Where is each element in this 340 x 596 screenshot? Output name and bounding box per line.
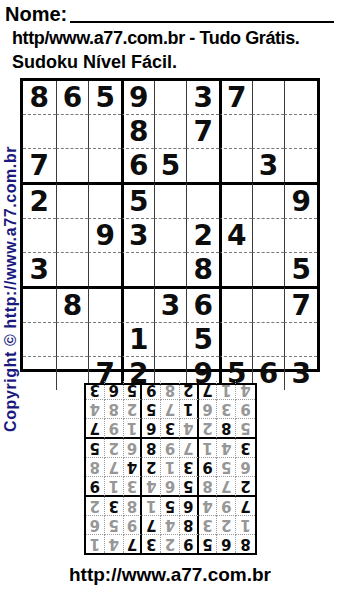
puzzle-cell-r8c6: 5	[186, 322, 219, 356]
answer-cell-r4c9: 9	[86, 477, 105, 497]
answer-cell-r8c5: 7	[161, 400, 180, 419]
answer-cell-r7c4: 4	[180, 419, 199, 439]
puzzle-cell-r8c8[interactable]	[252, 322, 285, 356]
puzzle-cell-r3c3[interactable]	[88, 148, 121, 182]
puzzle-cell-r2c7[interactable]	[219, 114, 252, 148]
puzzle-cell-r8c4: 1	[121, 322, 154, 356]
level-line: Sudoku Nível Fácil.	[12, 52, 177, 73]
puzzle-cell-r6c6: 8	[186, 252, 219, 286]
answer-cell-r9c2: 1	[217, 381, 236, 400]
puzzle-cell-r4c9: 9	[284, 182, 317, 218]
answer-cell-r5c7: 4	[124, 458, 143, 477]
puzzle-cell-r4c8[interactable]	[252, 182, 285, 218]
answer-cell-r3c3: 4	[199, 497, 218, 516]
puzzle-cell-r6c4[interactable]	[121, 252, 154, 286]
puzzle-cell-r1c4: 9	[121, 81, 154, 114]
puzzle-cell-r4c2[interactable]	[56, 182, 89, 218]
name-label: Nome:	[5, 3, 67, 25]
answer-cell-r5c6: 2	[142, 458, 161, 477]
answer-cell-r5c3: 9	[199, 458, 218, 477]
answer-cell-r9c5: 8	[161, 381, 180, 400]
answer-cell-r8c8: 8	[105, 400, 124, 419]
page-root: { "game": "sudoku", "header": { "name_la…	[0, 0, 340, 596]
answer-cell-r9c8: 6	[105, 381, 124, 400]
name-row: Nome:	[5, 3, 334, 25]
puzzle-cell-r8c1[interactable]	[23, 322, 56, 356]
answer-cell-r4c8: 1	[105, 477, 124, 497]
answer-cell-r7c9: 7	[86, 419, 105, 439]
answer-cell-r6c7: 6	[124, 439, 143, 458]
puzzle-cell-r5c3: 9	[88, 218, 121, 252]
puzzle-cell-r3c2[interactable]	[56, 148, 89, 182]
answer-cell-r4c5: 6	[161, 477, 180, 497]
puzzle-cell-r1c1: 8	[23, 81, 56, 114]
answer-cell-r4c1: 2	[236, 477, 255, 497]
puzzle-cell-r5c6: 2	[186, 218, 219, 252]
puzzle-cell-r3c6[interactable]	[186, 148, 219, 182]
answer-cell-r8c1: 9	[236, 400, 255, 419]
puzzle-cell-r5c7: 4	[219, 218, 252, 252]
answer-cell-r7c7: 1	[124, 419, 143, 439]
answer-cell-r1c9: 1	[86, 535, 105, 553]
answer-cell-r4c4: 5	[180, 477, 199, 497]
answer-cell-r6c4: 7	[180, 439, 199, 458]
puzzle-cell-r8c2[interactable]	[56, 322, 89, 356]
puzzle-cell-r4c6[interactable]	[186, 182, 219, 218]
puzzle-cell-r6c5[interactable]	[154, 252, 187, 286]
puzzle-cell-r2c6: 7	[186, 114, 219, 148]
puzzle-cell-r6c2[interactable]	[56, 252, 89, 286]
answer-cell-r1c5: 2	[161, 535, 180, 553]
puzzle-cell-r8c7[interactable]	[219, 322, 252, 356]
answer-cell-r6c3: 1	[199, 439, 218, 458]
puzzle-cell-r5c5[interactable]	[154, 218, 187, 252]
answer-cell-r9c4: 2	[180, 381, 199, 400]
answer-cell-r2c4: 8	[180, 516, 199, 535]
puzzle-cell-r7c3[interactable]	[88, 286, 121, 322]
answer-cell-r2c2: 2	[217, 516, 236, 535]
answer-cell-r2c5: 4	[161, 516, 180, 535]
puzzle-cell-r3c5: 5	[154, 148, 187, 182]
name-underline	[70, 21, 334, 23]
puzzle-cell-r3c1: 7	[23, 148, 56, 182]
answer-cell-r6c5: 9	[161, 439, 180, 458]
answer-cell-r4c2: 7	[217, 477, 236, 497]
puzzle-cell-r1c9[interactable]	[284, 81, 317, 114]
puzzle-cell-r7c1[interactable]	[23, 286, 56, 322]
puzzle-cell-r7c4[interactable]	[121, 286, 154, 322]
puzzle-cell-r1c2: 6	[56, 81, 89, 114]
puzzle-cell-r9c1[interactable]	[23, 356, 56, 390]
answer-cell-r9c7: 5	[124, 381, 143, 400]
puzzle-cell-r4c7[interactable]	[219, 182, 252, 218]
answer-cell-r4c3: 8	[199, 477, 218, 497]
answer-cell-r1c1: 8	[236, 535, 255, 553]
answer-cell-r1c2: 6	[217, 535, 236, 553]
answer-cell-r1c6: 3	[142, 535, 161, 553]
puzzle-cell-r3c9[interactable]	[284, 148, 317, 182]
answer-cell-r3c7: 8	[124, 497, 143, 516]
puzzle-cell-r5c9[interactable]	[284, 218, 317, 252]
puzzle-cell-r2c5[interactable]	[154, 114, 187, 148]
puzzle-cell-r5c1[interactable]	[23, 218, 56, 252]
puzzle-cell-r5c8[interactable]	[252, 218, 285, 252]
answer-cell-r3c8: 3	[105, 497, 124, 516]
answer-cell-r2c7: 9	[124, 516, 143, 535]
answer-cell-r8c3: 6	[199, 400, 218, 419]
answer-cell-r5c4: 3	[180, 458, 199, 477]
answer-cell-r3c2: 9	[217, 497, 236, 516]
answer-cell-r2c6: 7	[142, 516, 161, 535]
puzzle-cell-r4c5[interactable]	[154, 182, 187, 218]
puzzle-cell-r2c8[interactable]	[252, 114, 285, 148]
puzzle-cell-r2c9[interactable]	[284, 114, 317, 148]
puzzle-cell-r8c9[interactable]	[284, 322, 317, 356]
answer-grid: 8659237411238479567946518322785643196593…	[84, 383, 257, 555]
puzzle-cell-r2c4: 8	[121, 114, 154, 148]
puzzle-cell-r5c2[interactable]	[56, 218, 89, 252]
answer-cell-r8c7: 2	[124, 400, 143, 419]
puzzle-cell-r7c7[interactable]	[219, 286, 252, 322]
answer-cell-r1c3: 5	[199, 535, 218, 553]
answer-cell-r1c7: 7	[124, 535, 143, 553]
puzzle-cell-r4c3[interactable]	[88, 182, 121, 218]
answer-cell-r6c1: 3	[236, 439, 255, 458]
answer-cell-r1c4: 9	[180, 535, 199, 553]
puzzle-cell-r7c6: 6	[186, 286, 219, 322]
puzzle-cell-r6c7[interactable]	[219, 252, 252, 286]
puzzle-cell-r2c2[interactable]	[56, 114, 89, 148]
answer-cell-r2c3: 3	[199, 516, 218, 535]
puzzle-cell-r8c5[interactable]	[154, 322, 187, 356]
answer-cell-r6c2: 4	[217, 439, 236, 458]
puzzle-cell-r1c8[interactable]	[252, 81, 285, 114]
answer-cell-r7c5: 3	[161, 419, 180, 439]
puzzle-cell-r8c3[interactable]	[88, 322, 121, 356]
answer-cell-r4c7: 3	[124, 477, 143, 497]
answer-cell-r7c2: 8	[217, 419, 236, 439]
copyright-vertical-text: Copyright © http://www.a77.com.br	[2, 146, 20, 432]
answer-cell-r3c6: 1	[142, 497, 161, 516]
answer-cell-r5c2: 5	[217, 458, 236, 477]
puzzle-cell-r4c4: 5	[121, 182, 154, 218]
answer-cell-r9c3: 7	[199, 381, 218, 400]
answer-cell-r5c8: 7	[105, 458, 124, 477]
puzzle-cell-r6c9: 5	[284, 252, 317, 286]
answer-cell-r8c9: 4	[86, 400, 105, 419]
puzzle-cell-r6c8[interactable]	[252, 252, 285, 286]
answer-cell-r9c6: 9	[142, 381, 161, 400]
answer-cell-r6c6: 8	[142, 439, 161, 458]
answer-cell-r3c5: 5	[161, 497, 180, 516]
puzzle-cell-r4c1: 2	[23, 182, 56, 218]
answer-cell-r3c9: 2	[86, 497, 105, 516]
puzzle-cell-r1c6: 3	[186, 81, 219, 114]
puzzle-cell-r2c3[interactable]	[88, 114, 121, 148]
answer-cell-r7c6: 6	[142, 419, 161, 439]
answer-cell-r1c8: 4	[105, 535, 124, 553]
puzzle-cell-r3c8: 3	[252, 148, 285, 182]
puzzle-cell-r7c2: 8	[56, 286, 89, 322]
answer-cell-r4c6: 4	[142, 477, 161, 497]
answer-cell-r5c9: 8	[86, 458, 105, 477]
puzzle-cell-r1c3: 5	[88, 81, 121, 114]
puzzle-cell-r7c8[interactable]	[252, 286, 285, 322]
answer-cell-r6c9: 5	[86, 439, 105, 458]
site-line: http/www.a77.com.br - Tudo Grátis.	[12, 28, 299, 49]
puzzle-cell-r3c7[interactable]	[219, 148, 252, 182]
answer-cell-r2c9: 6	[86, 516, 105, 535]
footer-url: http://www.a77.com.br	[0, 564, 340, 586]
puzzle-cell-r7c5: 3	[154, 286, 187, 322]
puzzle-cell-r9c9: 3	[284, 356, 317, 390]
answer-cell-r5c1: 6	[236, 458, 255, 477]
puzzle-cell-r6c3[interactable]	[88, 252, 121, 286]
puzzle-cell-r5c4: 3	[121, 218, 154, 252]
answer-cell-r3c1: 7	[236, 497, 255, 516]
puzzle-cell-r6c1: 3	[23, 252, 56, 286]
answer-cell-r9c1: 4	[236, 381, 255, 400]
answer-cell-r8c2: 3	[217, 400, 236, 419]
puzzle-cell-r3c4: 6	[121, 148, 154, 182]
answer-cell-r7c3: 2	[199, 419, 218, 439]
answer-cell-r5c5: 1	[161, 458, 180, 477]
answer-cell-r7c8: 9	[105, 419, 124, 439]
sudoku-grid: 8659378776532599324385836715729563	[20, 78, 320, 372]
answer-cell-r2c8: 5	[105, 516, 124, 535]
puzzle-cell-r1c5[interactable]	[154, 81, 187, 114]
answer-cell-r3c4: 6	[180, 497, 199, 516]
answer-cell-r9c9: 3	[86, 381, 105, 400]
answer-cell-r8c4: 1	[180, 400, 199, 419]
puzzle-cell-r2c1[interactable]	[23, 114, 56, 148]
puzzle-cell-r7c9: 7	[284, 286, 317, 322]
answer-cell-r6c8: 2	[105, 439, 124, 458]
puzzle-cell-r1c7: 7	[219, 81, 252, 114]
answer-cell-r8c6: 5	[142, 400, 161, 419]
answer-cell-r2c1: 1	[236, 516, 255, 535]
answer-cell-r7c1: 5	[236, 419, 255, 439]
